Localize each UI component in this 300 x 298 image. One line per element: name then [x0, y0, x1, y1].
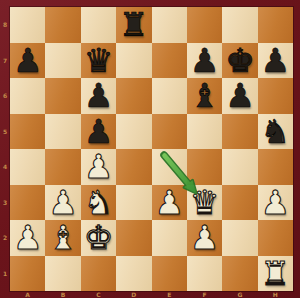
- file-labels: ABCDEFGH: [10, 291, 293, 298]
- piece-black-pawn: ♟: [261, 43, 291, 78]
- file-label-e: E: [152, 291, 187, 298]
- square-d7[interactable]: [116, 43, 151, 79]
- square-h4[interactable]: [258, 149, 293, 185]
- square-b8[interactable]: [45, 7, 80, 43]
- square-d4[interactable]: [116, 149, 151, 185]
- square-h8[interactable]: [258, 7, 293, 43]
- piece-white-pawn: ♟: [261, 185, 291, 220]
- piece-white-bishop: ♝: [48, 220, 78, 255]
- square-e4[interactable]: [152, 149, 187, 185]
- square-c7[interactable]: ♛: [81, 43, 116, 79]
- piece-white-pawn: ♟: [13, 220, 43, 255]
- rank-label-8: 8: [0, 7, 10, 43]
- square-a2[interactable]: ♟: [10, 220, 45, 256]
- file-label-d: D: [116, 291, 151, 298]
- rank-label-1: 1: [0, 256, 10, 292]
- square-h1[interactable]: ♜: [258, 256, 293, 292]
- file-label-b: B: [45, 291, 80, 298]
- square-h6[interactable]: [258, 78, 293, 114]
- square-e2[interactable]: [152, 220, 187, 256]
- square-g1[interactable]: [222, 256, 257, 292]
- square-e8[interactable]: [152, 7, 187, 43]
- piece-white-king: ♚: [84, 220, 114, 255]
- square-b1[interactable]: [45, 256, 80, 292]
- square-a4[interactable]: [10, 149, 45, 185]
- piece-black-pawn: ♟: [84, 78, 114, 113]
- square-a6[interactable]: [10, 78, 45, 114]
- piece-white-rook: ♜: [261, 256, 291, 291]
- square-g8[interactable]: [222, 7, 257, 43]
- square-d8[interactable]: ♜: [116, 7, 151, 43]
- square-g5[interactable]: [222, 114, 257, 150]
- square-a8[interactable]: [10, 7, 45, 43]
- piece-black-knight: ♞: [261, 114, 291, 149]
- square-b7[interactable]: [45, 43, 80, 79]
- square-b2[interactable]: ♝: [45, 220, 80, 256]
- rank-label-3: 3: [0, 185, 10, 221]
- square-a7[interactable]: ♟: [10, 43, 45, 79]
- piece-white-pawn: ♟: [154, 185, 184, 220]
- square-a5[interactable]: [10, 114, 45, 150]
- square-c5[interactable]: ♟: [81, 114, 116, 150]
- square-b5[interactable]: [45, 114, 80, 150]
- rank-label-4: 4: [0, 149, 10, 185]
- square-e7[interactable]: [152, 43, 187, 79]
- rank-label-7: 7: [0, 43, 10, 79]
- file-label-f: F: [187, 291, 222, 298]
- piece-white-queen: ♛: [190, 185, 220, 220]
- piece-black-king: ♚: [225, 43, 255, 78]
- piece-white-pawn: ♟: [84, 149, 114, 184]
- piece-black-rook: ♜: [119, 7, 149, 42]
- square-e1[interactable]: [152, 256, 187, 292]
- square-c1[interactable]: [81, 256, 116, 292]
- piece-white-pawn: ♟: [48, 185, 78, 220]
- chess-board: ♜♟♛♟♚♟♟♝♟♟♞♟♟♞♟♛♟♟♝♚♟♜: [10, 7, 293, 291]
- square-h2[interactable]: [258, 220, 293, 256]
- square-g4[interactable]: [222, 149, 257, 185]
- piece-black-pawn: ♟: [190, 43, 220, 78]
- square-d5[interactable]: [116, 114, 151, 150]
- square-g3[interactable]: [222, 185, 257, 221]
- square-h7[interactable]: ♟: [258, 43, 293, 79]
- piece-black-queen: ♛: [84, 43, 114, 78]
- square-d1[interactable]: [116, 256, 151, 292]
- square-c2[interactable]: ♚: [81, 220, 116, 256]
- square-a3[interactable]: [10, 185, 45, 221]
- file-label-h: H: [258, 291, 293, 298]
- square-c4[interactable]: ♟: [81, 149, 116, 185]
- piece-black-pawn: ♟: [13, 43, 43, 78]
- piece-white-knight: ♞: [84, 185, 114, 220]
- square-f4[interactable]: [187, 149, 222, 185]
- square-c8[interactable]: [81, 7, 116, 43]
- square-a1[interactable]: [10, 256, 45, 292]
- rank-label-2: 2: [0, 220, 10, 256]
- square-h5[interactable]: ♞: [258, 114, 293, 150]
- square-f2[interactable]: ♟: [187, 220, 222, 256]
- square-g7[interactable]: ♚: [222, 43, 257, 79]
- square-e5[interactable]: [152, 114, 187, 150]
- rank-label-5: 5: [0, 114, 10, 150]
- square-d6[interactable]: [116, 78, 151, 114]
- square-g6[interactable]: ♟: [222, 78, 257, 114]
- square-c3[interactable]: ♞: [81, 185, 116, 221]
- file-label-c: C: [81, 291, 116, 298]
- piece-black-pawn: ♟: [225, 78, 255, 113]
- file-label-g: G: [222, 291, 257, 298]
- square-g2[interactable]: [222, 220, 257, 256]
- square-c6[interactable]: ♟: [81, 78, 116, 114]
- square-f7[interactable]: ♟: [187, 43, 222, 79]
- square-f6[interactable]: ♝: [187, 78, 222, 114]
- square-f8[interactable]: [187, 7, 222, 43]
- square-h3[interactable]: ♟: [258, 185, 293, 221]
- square-b4[interactable]: [45, 149, 80, 185]
- piece-black-bishop: ♝: [190, 78, 220, 113]
- square-b6[interactable]: [45, 78, 80, 114]
- file-label-a: A: [10, 291, 45, 298]
- chess-diagram: 87654321 ♜♟♛♟♚♟♟♝♟♟♞♟♟♞♟♛♟♟♝♚♟♜ ABCDEFGH: [0, 0, 300, 298]
- square-f1[interactable]: [187, 256, 222, 292]
- square-e3[interactable]: ♟: [152, 185, 187, 221]
- square-d3[interactable]: [116, 185, 151, 221]
- square-b3[interactable]: ♟: [45, 185, 80, 221]
- rank-labels: 87654321: [0, 7, 10, 291]
- piece-black-pawn: ♟: [84, 114, 114, 149]
- square-f3[interactable]: ♛: [187, 185, 222, 221]
- piece-white-pawn: ♟: [190, 220, 220, 255]
- square-e6[interactable]: [152, 78, 187, 114]
- rank-label-6: 6: [0, 78, 10, 114]
- square-f5[interactable]: [187, 114, 222, 150]
- square-d2[interactable]: [116, 220, 151, 256]
